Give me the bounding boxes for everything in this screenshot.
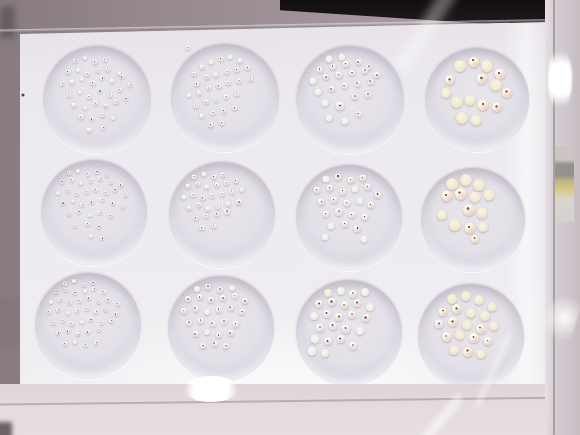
pearl bbox=[341, 301, 349, 309]
pearl bbox=[128, 83, 132, 87]
pearl bbox=[232, 293, 238, 299]
pearl bbox=[439, 307, 448, 316]
pearl bbox=[368, 202, 375, 209]
pearl bbox=[186, 320, 192, 326]
pearl bbox=[463, 347, 473, 357]
pearl bbox=[356, 111, 362, 117]
pearl bbox=[449, 345, 459, 355]
pearl bbox=[103, 58, 107, 62]
pearl bbox=[194, 286, 200, 292]
pearl bbox=[208, 60, 213, 65]
pearl bbox=[342, 83, 348, 89]
pearl bbox=[435, 320, 444, 329]
pearl bbox=[73, 291, 77, 295]
pearl bbox=[321, 349, 329, 357]
pearl bbox=[362, 314, 370, 322]
pearl bbox=[100, 198, 104, 202]
pearl bbox=[349, 290, 357, 298]
pearl bbox=[310, 77, 317, 84]
pearl bbox=[341, 117, 348, 124]
pearl bbox=[215, 204, 220, 209]
tray-well-r1c3 bbox=[296, 46, 404, 154]
pearl bbox=[114, 100, 119, 105]
pearl bbox=[56, 331, 60, 335]
pearl bbox=[322, 100, 329, 107]
pearl bbox=[72, 279, 76, 283]
pearl bbox=[89, 234, 93, 238]
pearl bbox=[67, 171, 71, 175]
pearl bbox=[356, 327, 364, 335]
pearl bbox=[56, 191, 60, 195]
pearl bbox=[352, 94, 358, 100]
pearl bbox=[94, 188, 98, 192]
pearl bbox=[224, 181, 229, 186]
pearl bbox=[481, 60, 493, 72]
pearl bbox=[201, 171, 206, 176]
pearl bbox=[214, 98, 219, 103]
tray-well-r1c4 bbox=[425, 48, 529, 152]
pearl bbox=[89, 318, 93, 322]
pearl bbox=[217, 287, 223, 293]
pearl bbox=[316, 324, 324, 332]
pearl bbox=[106, 298, 110, 302]
pearl bbox=[200, 196, 205, 201]
pearl bbox=[323, 74, 329, 80]
pearl bbox=[348, 311, 356, 319]
pearl bbox=[365, 92, 371, 98]
pearl bbox=[192, 174, 197, 179]
pearl bbox=[446, 178, 458, 190]
pearl bbox=[85, 72, 90, 77]
pearl bbox=[468, 56, 479, 67]
pearl bbox=[94, 341, 98, 345]
pearl bbox=[216, 332, 222, 338]
pearl bbox=[307, 347, 316, 356]
pearl bbox=[90, 80, 95, 85]
pearl bbox=[92, 287, 96, 291]
pearl bbox=[58, 298, 62, 302]
pearl bbox=[461, 291, 471, 301]
pearl bbox=[75, 309, 79, 313]
pearl bbox=[124, 193, 128, 197]
bottom-plastic-strip bbox=[0, 384, 580, 435]
pearl bbox=[94, 310, 98, 314]
pearl bbox=[181, 308, 187, 314]
pearl bbox=[60, 82, 64, 86]
pearl bbox=[100, 236, 104, 240]
pearl bbox=[352, 186, 359, 193]
pearl bbox=[225, 70, 230, 75]
pearl bbox=[502, 88, 512, 98]
pearl bbox=[107, 92, 112, 97]
pearl bbox=[342, 61, 349, 68]
pearl bbox=[80, 203, 84, 207]
pearl bbox=[93, 101, 98, 106]
pearl bbox=[220, 191, 225, 196]
pearl bbox=[110, 78, 115, 83]
pearl bbox=[336, 72, 343, 79]
pearl bbox=[214, 73, 219, 78]
pearl bbox=[464, 223, 475, 234]
pearl bbox=[242, 298, 248, 304]
pearl bbox=[193, 306, 199, 312]
pearl bbox=[90, 117, 94, 121]
pearl bbox=[181, 194, 186, 199]
pearl bbox=[78, 115, 83, 120]
pearl bbox=[66, 92, 71, 97]
pearl bbox=[455, 330, 465, 340]
pearl bbox=[78, 90, 82, 94]
pearl bbox=[442, 332, 452, 342]
pearl bbox=[79, 181, 83, 185]
pearl bbox=[73, 340, 77, 344]
pearl bbox=[471, 235, 479, 243]
pearl bbox=[193, 216, 198, 221]
pearl bbox=[445, 75, 455, 85]
pen-through-plastic bbox=[555, 146, 574, 222]
pearl bbox=[78, 299, 82, 303]
pearl bbox=[339, 188, 346, 195]
pearl bbox=[368, 79, 374, 85]
pearl bbox=[490, 322, 499, 331]
pearl bbox=[315, 300, 323, 308]
left-backdrop-notch bbox=[0, 298, 20, 348]
pearl bbox=[66, 329, 70, 333]
pearl bbox=[441, 88, 451, 98]
pearl bbox=[311, 335, 320, 344]
tray-well-r2c2 bbox=[169, 162, 275, 268]
pearl bbox=[314, 187, 321, 194]
pearl bbox=[329, 86, 335, 92]
pearl bbox=[214, 211, 219, 216]
pearl bbox=[326, 55, 333, 62]
pearl bbox=[214, 183, 219, 188]
pearl bbox=[101, 126, 105, 130]
pearl bbox=[97, 300, 101, 304]
pearl bbox=[104, 191, 108, 195]
pearl bbox=[191, 192, 196, 197]
pearl bbox=[82, 283, 86, 287]
pearl bbox=[187, 205, 192, 210]
pearl bbox=[114, 312, 118, 316]
pearl bbox=[111, 201, 115, 205]
pearl bbox=[448, 317, 458, 327]
tray-well-r3c3 bbox=[296, 280, 402, 386]
pearl bbox=[61, 201, 65, 205]
pearl bbox=[470, 114, 481, 125]
pearl bbox=[47, 310, 51, 314]
pearl bbox=[314, 89, 321, 96]
pearl bbox=[80, 77, 84, 81]
pearl bbox=[239, 309, 245, 315]
tray-well-r1c2 bbox=[171, 44, 279, 152]
pearl bbox=[119, 183, 123, 187]
pearl bbox=[447, 294, 457, 304]
pearl bbox=[85, 307, 89, 311]
pearl bbox=[185, 296, 191, 302]
pearl bbox=[442, 191, 453, 202]
pearl bbox=[322, 175, 329, 182]
pearl bbox=[361, 288, 369, 296]
pearl bbox=[205, 284, 211, 290]
pearl bbox=[232, 105, 237, 110]
pearl bbox=[226, 80, 231, 85]
backdrop-dark-patch bbox=[0, 6, 15, 38]
pearl bbox=[361, 213, 368, 220]
pearl bbox=[211, 174, 216, 179]
pearl bbox=[228, 305, 234, 311]
pearl bbox=[483, 337, 492, 346]
pearl bbox=[374, 72, 380, 78]
pearl bbox=[228, 54, 233, 59]
pearl bbox=[237, 78, 242, 83]
pearl bbox=[70, 322, 74, 326]
pearl bbox=[197, 294, 203, 300]
pearl bbox=[65, 69, 70, 74]
pearl bbox=[76, 68, 80, 72]
pearl bbox=[240, 187, 245, 192]
pearl bbox=[464, 95, 475, 106]
pearl bbox=[90, 200, 94, 204]
pearl bbox=[70, 79, 75, 84]
pearl bbox=[323, 310, 331, 318]
pearl bbox=[97, 328, 101, 332]
pearl bbox=[335, 173, 342, 180]
pearl bbox=[80, 320, 84, 324]
pearl bbox=[488, 303, 497, 312]
pearl bbox=[210, 193, 215, 198]
pearl bbox=[335, 208, 343, 216]
pearl bbox=[198, 318, 204, 324]
pearl bbox=[211, 223, 216, 228]
pearl bbox=[233, 179, 238, 184]
pearl bbox=[354, 225, 361, 232]
pearl bbox=[88, 213, 92, 217]
pearl bbox=[87, 296, 91, 300]
pearl bbox=[105, 66, 110, 71]
pearl bbox=[229, 285, 235, 291]
pearl bbox=[374, 191, 381, 198]
pearl bbox=[92, 60, 97, 65]
pearl bbox=[329, 322, 337, 330]
pearl bbox=[221, 319, 227, 325]
pearl bbox=[341, 221, 348, 228]
pearl bbox=[86, 330, 90, 334]
dust-speck bbox=[22, 94, 25, 97]
pearl bbox=[216, 84, 221, 89]
pearl bbox=[72, 103, 77, 108]
pearl bbox=[455, 188, 467, 200]
pearl bbox=[102, 290, 106, 294]
pearl bbox=[339, 53, 346, 60]
pearl bbox=[100, 113, 105, 118]
pearl bbox=[349, 211, 356, 218]
pearl bbox=[353, 299, 361, 307]
pearl bbox=[196, 203, 201, 208]
pearl bbox=[208, 123, 213, 128]
tray-well-r2c3 bbox=[296, 165, 402, 271]
pearl bbox=[117, 71, 121, 75]
pearl bbox=[206, 206, 211, 211]
pearl bbox=[324, 289, 332, 297]
rim-reflection-blob bbox=[548, 46, 572, 112]
pearl bbox=[216, 307, 222, 313]
pearl bbox=[463, 204, 475, 216]
pearl bbox=[317, 67, 323, 73]
pearl bbox=[359, 174, 366, 181]
tray-well-r1c1 bbox=[43, 46, 151, 154]
pearl bbox=[73, 224, 77, 228]
pearl bbox=[492, 102, 502, 112]
pearl bbox=[245, 65, 250, 70]
pearl bbox=[330, 64, 336, 70]
pearl bbox=[226, 202, 231, 207]
pearl bbox=[89, 179, 93, 183]
pearl bbox=[64, 288, 68, 292]
pearl bbox=[232, 320, 239, 327]
pearl bbox=[95, 170, 99, 174]
pearl bbox=[248, 76, 253, 81]
pearl bbox=[221, 172, 226, 177]
pearl bbox=[100, 321, 104, 325]
pearl bbox=[203, 100, 208, 105]
pearl bbox=[200, 114, 205, 119]
pearl bbox=[70, 178, 74, 182]
pearl bbox=[356, 59, 362, 65]
pearl bbox=[96, 69, 100, 73]
pearl bbox=[318, 199, 325, 206]
pearl bbox=[454, 60, 466, 72]
pearl bbox=[197, 90, 202, 95]
pearl bbox=[341, 324, 350, 333]
pearl bbox=[49, 300, 53, 304]
pearl bbox=[365, 184, 372, 191]
pearl bbox=[321, 234, 328, 241]
bottom-left-dark-corner bbox=[0, 422, 12, 435]
pearl bbox=[116, 302, 120, 306]
pearl bbox=[331, 196, 338, 203]
pearl bbox=[456, 112, 468, 124]
pearl bbox=[362, 68, 368, 74]
tray-well-r2c1 bbox=[41, 160, 147, 266]
pearl bbox=[187, 92, 192, 97]
pearl bbox=[474, 295, 484, 305]
pearl bbox=[480, 311, 490, 321]
pearl bbox=[85, 190, 89, 194]
pearl bbox=[356, 198, 363, 205]
pearl bbox=[98, 211, 102, 215]
pearl bbox=[56, 308, 60, 312]
pearl bbox=[219, 120, 224, 125]
pearl bbox=[113, 188, 117, 192]
stray-pearl bbox=[186, 46, 191, 51]
pearl bbox=[86, 172, 90, 176]
pearl bbox=[337, 335, 345, 343]
pearl bbox=[337, 287, 345, 295]
pearl bbox=[477, 74, 488, 85]
pearl bbox=[451, 96, 463, 108]
pearl bbox=[111, 116, 115, 120]
pearl bbox=[349, 70, 355, 76]
pearl bbox=[98, 177, 102, 181]
pearl bbox=[195, 182, 200, 187]
pearl bbox=[449, 219, 461, 231]
pearl bbox=[200, 343, 206, 349]
pearl bbox=[343, 200, 350, 207]
pearl bbox=[109, 180, 113, 184]
pearl bbox=[223, 343, 229, 349]
pearl bbox=[200, 64, 205, 69]
pearl bbox=[83, 106, 87, 110]
pearl bbox=[478, 222, 488, 232]
pearl bbox=[206, 86, 211, 91]
pearl bbox=[221, 108, 226, 113]
pearl bbox=[335, 313, 343, 321]
pearl bbox=[98, 89, 102, 93]
pearl bbox=[71, 199, 75, 203]
pearl bbox=[355, 81, 361, 87]
pearl bbox=[238, 59, 243, 64]
pearl bbox=[348, 176, 355, 183]
pearl bbox=[494, 69, 505, 80]
pearl bbox=[97, 225, 101, 229]
photo-frame bbox=[0, 0, 580, 435]
pearl bbox=[193, 103, 198, 108]
pearl bbox=[68, 301, 72, 305]
right-plastic-rim bbox=[545, 0, 580, 435]
pearl bbox=[437, 210, 447, 220]
pearl bbox=[104, 104, 108, 108]
pearl bbox=[186, 184, 191, 189]
pearl bbox=[204, 214, 209, 219]
pearl bbox=[224, 209, 230, 215]
tray-well-r3c1 bbox=[35, 273, 141, 379]
pearl bbox=[236, 199, 242, 205]
pearl bbox=[326, 185, 333, 192]
pearl bbox=[54, 290, 58, 294]
pearl bbox=[218, 57, 223, 62]
pearl bbox=[109, 214, 113, 218]
pearl bbox=[462, 320, 472, 330]
pearl bbox=[205, 185, 210, 190]
pearl bbox=[473, 179, 485, 191]
pearl bbox=[324, 337, 332, 345]
pearl bbox=[224, 94, 229, 99]
pearl bbox=[105, 173, 109, 177]
pearl bbox=[483, 190, 494, 201]
pearl bbox=[234, 67, 239, 72]
pearl bbox=[360, 236, 367, 243]
pearl bbox=[67, 212, 71, 216]
pearl bbox=[60, 180, 64, 184]
pearl bbox=[83, 56, 87, 60]
pearl bbox=[228, 330, 234, 336]
pearl bbox=[204, 309, 210, 315]
pearl bbox=[327, 223, 334, 230]
pearl bbox=[478, 100, 489, 111]
pearl bbox=[229, 189, 234, 194]
pearl bbox=[490, 79, 502, 91]
pearl bbox=[124, 97, 128, 101]
pearl bbox=[118, 88, 122, 92]
pearl bbox=[476, 349, 485, 358]
pearl bbox=[477, 207, 488, 218]
pearl bbox=[104, 308, 108, 312]
pearl bbox=[349, 342, 357, 350]
pearl bbox=[121, 205, 125, 209]
pearl bbox=[63, 282, 67, 286]
pearl bbox=[211, 111, 216, 116]
